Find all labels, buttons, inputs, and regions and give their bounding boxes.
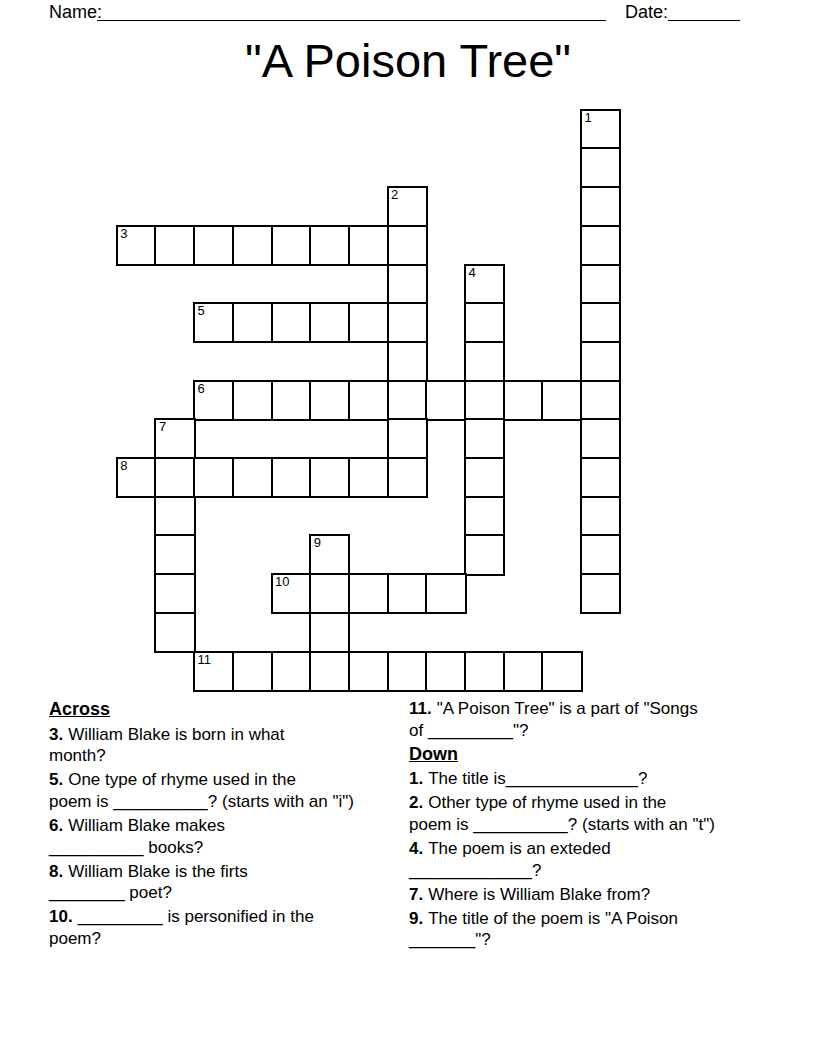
crossword-grid: 1234567891011 [117,110,621,691]
grid-cell[interactable]: 2 [387,186,428,227]
cell-number: 6 [198,382,205,396]
clue-text: Other type of rhyme used in the poem is … [409,793,715,834]
grid-cell[interactable] [387,341,428,382]
clues-heading: Down [409,744,784,766]
grid-cell[interactable]: 5 [193,302,234,343]
grid-cell[interactable] [154,225,195,266]
worksheet-page: Name: Date: "A Poison Tree" 123456789101… [0,0,816,1056]
clue: 6.William Blake makes __________ books? [49,815,401,858]
grid-cell[interactable] [387,264,428,305]
grid-cell[interactable] [232,302,273,343]
grid-cell[interactable] [464,534,505,575]
clue-number: 10. [49,907,73,926]
grid-cell[interactable]: 8 [116,457,157,498]
grid-cell[interactable] [580,418,621,459]
cell-number: 9 [314,536,321,550]
grid-cell[interactable] [580,457,621,498]
grid-cell[interactable] [580,380,621,421]
grid-cell[interactable] [271,651,312,692]
cell-number: 3 [120,227,127,241]
cell-number: 4 [469,266,476,280]
grid-cell[interactable] [154,534,195,575]
grid-cell[interactable] [464,341,505,382]
grid-cell[interactable] [541,651,582,692]
grid-cell[interactable]: 6 [193,380,234,421]
clue-number: 4. [409,839,423,858]
grid-cell[interactable] [232,651,273,692]
clue-number: 9. [409,909,423,928]
cell-number: 5 [198,304,205,318]
clue: 8.William Blake is the firts ________ po… [49,861,401,904]
clue-number: 1. [409,769,423,788]
grid-cell[interactable] [271,225,312,266]
grid-cell[interactable] [464,380,505,421]
grid-cell[interactable] [503,651,544,692]
grid-cell[interactable] [309,302,350,343]
grid-cell[interactable] [580,147,621,188]
grid-cell[interactable] [464,496,505,537]
grid-cell[interactable] [348,380,389,421]
grid-cell[interactable] [154,573,195,614]
grid-cell[interactable] [348,225,389,266]
grid-cell[interactable] [271,457,312,498]
grid-cell[interactable] [271,302,312,343]
clue: 5.One type of rhyme used in the poem is … [49,769,401,812]
grid-cell[interactable] [387,418,428,459]
clue: 2.Other type of rhyme used in the poem i… [409,792,784,835]
grid-cell[interactable]: 10 [271,573,312,614]
grid-cell[interactable]: 4 [464,264,505,305]
cell-number: 1 [585,111,592,125]
grid-cell[interactable] [580,534,621,575]
clue-number: 3. [49,725,63,744]
grid-cell[interactable] [193,457,234,498]
grid-cell[interactable] [193,225,234,266]
cell-number: 2 [391,188,398,202]
grid-cell[interactable] [348,457,389,498]
puzzle-title: "A Poison Tree" [0,33,816,89]
clue: 3.William Blake is born in what month? [49,724,401,767]
grid-cell[interactable]: 11 [193,651,234,692]
grid-cell[interactable] [309,573,350,614]
grid-cell[interactable]: 9 [309,534,350,575]
clue-text: One type of rhyme used in the poem is __… [49,770,354,811]
grid-cell[interactable] [387,651,428,692]
clues-heading: Across [49,699,401,721]
grid-cell[interactable]: 1 [580,109,621,150]
grid-cell[interactable] [309,457,350,498]
clue-text: William Blake makes __________ books? [49,816,225,857]
grid-cell[interactable] [271,380,312,421]
grid-cell[interactable] [387,573,428,614]
cell-number: 10 [275,575,289,589]
grid-cell[interactable] [154,496,195,537]
clue: 7.Where is William Blake from? [409,884,784,906]
grid-cell[interactable] [580,302,621,343]
grid-cell[interactable] [580,573,621,614]
grid-cell[interactable]: 3 [116,225,157,266]
down-clues-column: 11."A Poison Tree" is a part of "Songs o… [409,698,784,954]
clue: 4.The poem is an exteded _____________? [409,838,784,881]
clue-text: Where is William Blake from? [428,885,650,904]
cell-number: 7 [159,420,166,434]
grid-cell[interactable] [232,225,273,266]
grid-cell[interactable] [464,651,505,692]
grid-cell[interactable] [580,225,621,266]
grid-cell[interactable]: 7 [154,418,195,459]
clue: 10._________ is personified in the poem? [49,906,401,949]
clue-number: 5. [49,770,63,789]
grid-cell[interactable] [309,651,350,692]
grid-cell[interactable] [154,457,195,498]
grid-cell[interactable] [348,573,389,614]
grid-cell[interactable] [154,612,195,653]
grid-cell[interactable] [464,457,505,498]
across-clues-column: Across3.William Blake is born in what mo… [49,698,401,952]
grid-cell[interactable] [425,651,466,692]
clue-number: 6. [49,816,63,835]
grid-cell[interactable] [348,651,389,692]
grid-cell[interactable] [464,418,505,459]
grid-cell[interactable] [309,225,350,266]
date-label: Date: [625,2,668,22]
grid-cell[interactable] [580,341,621,382]
date-blank-line[interactable] [668,6,740,21]
clue-text: The title is______________? [428,769,647,788]
grid-cell[interactable] [503,380,544,421]
grid-cell[interactable] [387,302,428,343]
cell-number: 11 [198,653,212,667]
clue-text: William Blake is the firts ________ poet… [49,862,248,903]
grid-cell[interactable] [387,225,428,266]
grid-cell[interactable] [232,457,273,498]
clue-number: 2. [409,793,423,812]
clue-text: _________ is personified in the poem? [49,907,314,948]
grid-cell[interactable] [348,302,389,343]
clue: 1.The title is______________? [409,768,784,790]
clue-text: The title of the poem is "A Poison _____… [409,909,678,950]
grid-cell[interactable] [309,612,350,653]
clue-text: "A Poison Tree" is a part of "Songs of _… [409,699,698,740]
clue-number: 7. [409,885,423,904]
grid-cell[interactable] [580,264,621,305]
grid-cell[interactable] [232,380,273,421]
grid-cell[interactable] [387,457,428,498]
name-label: Name: [49,2,102,22]
clue-number: 11. [409,699,432,718]
clue: 9.The title of the poem is "A Poison ___… [409,908,784,951]
name-blank-line[interactable] [97,6,606,21]
clue: 11."A Poison Tree" is a part of "Songs o… [409,698,784,741]
grid-cell[interactable] [425,380,466,421]
grid-cell[interactable] [309,380,350,421]
clue-text: The poem is an exteded _____________? [409,839,611,880]
grid-cell[interactable] [464,302,505,343]
clue-number: 8. [49,862,63,881]
cell-number: 8 [120,459,127,473]
clue-text: William Blake is born in what month? [49,725,285,766]
grid-cell[interactable] [580,186,621,227]
grid-cell[interactable] [580,496,621,537]
grid-cell[interactable] [541,380,582,421]
grid-cell[interactable] [387,380,428,421]
grid-cell[interactable] [425,573,466,614]
